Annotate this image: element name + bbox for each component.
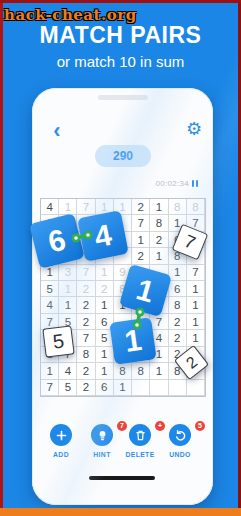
banner-subtitle: or match 10 in sum	[0, 53, 241, 70]
cell-r12c5[interactable]: 1	[114, 380, 132, 396]
cell-r10c3[interactable]: 8	[77, 347, 95, 363]
cell-r5c2[interactable]: 3	[59, 265, 77, 281]
cell-r2c6[interactable]: 7	[132, 215, 150, 231]
cell-r11c5[interactable]: 8	[114, 363, 132, 379]
cell-r3c6[interactable]: 1	[132, 232, 150, 248]
cell-r1c7[interactable]: 1	[150, 199, 168, 215]
cell-r7c3[interactable]: 2	[77, 297, 95, 313]
cell-r11c4[interactable]: 1	[96, 363, 114, 379]
cell-r11c1[interactable]: 1	[41, 363, 59, 379]
timer-text: 00:02:34	[155, 179, 189, 188]
bottom-toolbar: ADD 7 HINT + DELETE 5	[32, 424, 213, 480]
cell-r7c8[interactable]: 8	[169, 297, 187, 313]
border-right	[238, 0, 241, 516]
overlay-tile-5[interactable]: 5	[42, 325, 74, 357]
cell-r6c4[interactable]: 2	[96, 281, 114, 297]
cell-r12c6[interactable]	[132, 380, 150, 396]
phone-notch	[98, 95, 148, 100]
phone-mockup: ‹ ⚙ 290 00:02:34 41711218813781712621813…	[32, 88, 213, 505]
undo-control: 5 UNDO	[158, 424, 202, 458]
timer: 00:02:34	[155, 179, 198, 188]
cell-r6c3[interactable]: 2	[77, 281, 95, 297]
add-button[interactable]	[50, 424, 72, 446]
plus-icon	[55, 429, 68, 442]
cell-r8c3[interactable]: 2	[77, 314, 95, 330]
cell-r5c8[interactable]: 1	[169, 265, 187, 281]
match-link-icon	[128, 303, 152, 335]
cell-r4c6[interactable]: 2	[132, 248, 150, 264]
cell-r11c6[interactable]: 8	[132, 363, 150, 379]
cell-r8c8[interactable]: 2	[169, 314, 187, 330]
cell-r1c1[interactable]: 4	[41, 199, 59, 215]
cell-r4c7[interactable]: 1	[150, 248, 168, 264]
trash-icon	[134, 429, 147, 442]
cell-r5c3[interactable]: 7	[77, 265, 95, 281]
undo-button[interactable]: 5	[169, 424, 191, 446]
cell-r11c3[interactable]: 2	[77, 363, 95, 379]
undo-label: UNDO	[158, 451, 202, 458]
cell-r1c2[interactable]: 1	[59, 199, 77, 215]
cell-r12c7[interactable]	[150, 380, 168, 396]
cell-r9c3[interactable]: 7	[77, 330, 95, 346]
hint-badge: 7	[117, 421, 127, 431]
cell-r12c1[interactable]: 7	[41, 380, 59, 396]
cell-r12c3[interactable]: 2	[77, 380, 95, 396]
cell-r12c8[interactable]	[169, 380, 187, 396]
cell-r12c4[interactable]: 6	[96, 380, 114, 396]
gear-icon[interactable]: ⚙	[183, 118, 205, 140]
undo-badge: 5	[195, 421, 205, 431]
cell-r8c9[interactable]: 1	[187, 314, 205, 330]
app-store-screenshot: hack-cheat.org MATCH PAIRS or match 10 i…	[0, 0, 241, 516]
border-left	[0, 0, 3, 516]
cell-r7c1[interactable]: 4	[41, 297, 59, 313]
cell-r1c3[interactable]: 7	[77, 199, 95, 215]
back-chevron-icon[interactable]: ‹	[48, 120, 66, 142]
cell-r7c4[interactable]: 1	[96, 297, 114, 313]
cell-r7c2[interactable]: 1	[59, 297, 77, 313]
add-control: ADD	[39, 424, 83, 458]
delete-label: DELETE	[118, 451, 162, 458]
cell-r12c2[interactable]: 5	[59, 380, 77, 396]
cell-r1c9[interactable]: 8	[187, 199, 205, 215]
cell-r2c7[interactable]: 8	[150, 215, 168, 231]
add-label: ADD	[39, 451, 83, 458]
cell-r6c8[interactable]: 6	[169, 281, 187, 297]
bulb-icon	[96, 429, 109, 442]
match-link-icon	[68, 227, 96, 245]
delete-button[interactable]: +	[129, 424, 151, 446]
cell-r10c4[interactable]: 1	[96, 347, 114, 363]
cell-r6c2[interactable]: 1	[59, 281, 77, 297]
cell-r1c8[interactable]: 8	[169, 199, 187, 215]
home-indicator[interactable]	[89, 476, 155, 480]
cell-r11c7[interactable]: 1	[150, 363, 168, 379]
border-top	[0, 0, 241, 3]
cell-r11c2[interactable]: 4	[59, 363, 77, 379]
cell-r3c7[interactable]: 2	[150, 232, 168, 248]
hint-button[interactable]: 7	[91, 424, 113, 446]
cell-r5c4[interactable]: 1	[96, 265, 114, 281]
score-badge: 290	[95, 145, 151, 167]
cell-r7c9[interactable]: 1	[187, 297, 205, 313]
undo-icon	[174, 429, 187, 442]
cell-r5c9[interactable]: 7	[187, 265, 205, 281]
cell-r6c9[interactable]: 1	[187, 281, 205, 297]
watermark-text: hack-cheat.org	[4, 6, 137, 24]
border-bottom	[0, 508, 241, 516]
pause-icon[interactable]	[192, 180, 198, 187]
cell-r12c9[interactable]	[187, 380, 205, 396]
cell-r9c9[interactable]: 1	[187, 330, 205, 346]
banner-title: MATCH PAIRS	[0, 22, 241, 49]
delete-badge: +	[155, 421, 165, 431]
cell-r9c8[interactable]: 2	[169, 330, 187, 346]
cell-r8c7[interactable]: 7	[150, 314, 168, 330]
cell-r6c1[interactable]: 5	[41, 281, 59, 297]
cell-r1c6[interactable]: 2	[132, 199, 150, 215]
